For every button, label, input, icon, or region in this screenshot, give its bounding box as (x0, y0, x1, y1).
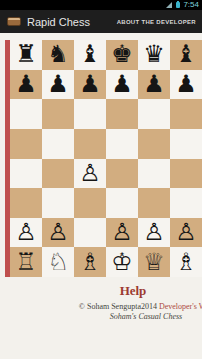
copyright-line: © Soham Sengupta2014 Developer's Web (0, 302, 202, 311)
chess-board: ♜♞♝♚♛♝♞♜♟♟♟♟♟♟♟♟♙♙♙♙♙♙♙♙♖♘♗♔♕♗♘♖ (10, 40, 202, 277)
square-d1-wk[interactable]: ♔ (106, 247, 138, 277)
square-f8-bb[interactable]: ♝ (170, 40, 202, 70)
square-f4[interactable] (170, 159, 202, 189)
square-e5[interactable] (138, 129, 170, 159)
square-b2-wp[interactable]: ♙ (42, 218, 74, 248)
square-d3[interactable] (106, 188, 138, 218)
square-a2-wp[interactable]: ♙ (10, 218, 42, 248)
square-f5[interactable] (170, 129, 202, 159)
copyright-text: © Soham Sengupta2014 (79, 302, 159, 311)
square-c4-wp[interactable]: ♙ (74, 159, 106, 189)
square-d7-bp[interactable]: ♟ (106, 70, 138, 100)
square-f2-wp[interactable]: ♙ (170, 218, 202, 248)
square-f6[interactable] (170, 99, 202, 129)
app-icon (7, 17, 21, 26)
square-e4[interactable] (138, 159, 170, 189)
square-d5[interactable] (106, 129, 138, 159)
help-link[interactable]: Help (0, 283, 202, 299)
square-c6[interactable] (74, 99, 106, 129)
square-b4[interactable] (42, 159, 74, 189)
square-b3[interactable] (42, 188, 74, 218)
square-e3[interactable] (138, 188, 170, 218)
square-a4[interactable] (10, 159, 42, 189)
action-bar: Rapid Chess ABOUT THE DEVELOPER (0, 10, 202, 33)
square-c8-bb[interactable]: ♝ (74, 40, 106, 70)
square-b7-bp[interactable]: ♟ (42, 70, 74, 100)
signal-icon: 3G (166, 2, 172, 8)
square-b6[interactable] (42, 99, 74, 129)
square-c3[interactable] (74, 188, 106, 218)
square-d4[interactable] (106, 159, 138, 189)
square-c1-wb[interactable]: ♗ (74, 247, 106, 277)
about-developer-menu-item[interactable]: ABOUT THE DEVELOPER (117, 19, 196, 25)
square-c2[interactable] (74, 218, 106, 248)
app-tagline: Soham's Casual Chess (0, 312, 202, 321)
app-title: Rapid Chess (27, 16, 117, 28)
square-e7-bp[interactable]: ♟ (138, 70, 170, 100)
developer-web-link[interactable]: Developer's Web (159, 302, 202, 311)
square-e1-wq[interactable]: ♕ (138, 247, 170, 277)
square-d2-wp[interactable]: ♙ (106, 218, 138, 248)
status-time: 7:54 (183, 0, 199, 10)
square-f1-wb[interactable]: ♗ (170, 247, 202, 277)
square-e8-bq[interactable]: ♛ (138, 40, 170, 70)
square-b8-bn[interactable]: ♞ (42, 40, 74, 70)
square-a7-bp[interactable]: ♟ (10, 70, 42, 100)
status-bar: 3G 7:54 (0, 0, 202, 10)
square-c5[interactable] (74, 129, 106, 159)
square-c7-bp[interactable]: ♟ (74, 70, 106, 100)
square-f3[interactable] (170, 188, 202, 218)
square-b5[interactable] (42, 129, 74, 159)
square-d6[interactable] (106, 99, 138, 129)
square-d8-bk[interactable]: ♚ (106, 40, 138, 70)
square-a5[interactable] (10, 129, 42, 159)
battery-icon (176, 2, 180, 8)
square-b1-wn[interactable]: ♘ (42, 247, 74, 277)
square-e6[interactable] (138, 99, 170, 129)
square-a1-wr[interactable]: ♖ (10, 247, 42, 277)
square-f7-bp[interactable]: ♟ (170, 70, 202, 100)
square-a3[interactable] (10, 188, 42, 218)
square-a6[interactable] (10, 99, 42, 129)
square-e2-wp[interactable]: ♙ (138, 218, 170, 248)
square-a8-br[interactable]: ♜ (10, 40, 42, 70)
